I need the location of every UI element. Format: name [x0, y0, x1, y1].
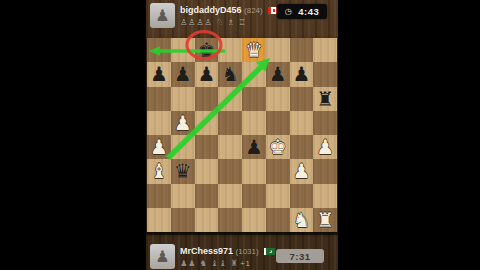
piece-white-pawn: ♟: [174, 113, 192, 133]
piece-black-king: ♚: [197, 40, 215, 60]
square-h6[interactable]: ♜: [313, 87, 337, 111]
square-a5[interactable]: [147, 111, 171, 135]
square-b6[interactable]: [171, 87, 195, 111]
piece-black-pawn: ♟: [197, 64, 215, 84]
square-d1[interactable]: [218, 208, 242, 232]
square-f2[interactable]: [266, 184, 290, 208]
bottom-player-username: MrChess971: [180, 246, 233, 256]
square-c5[interactable]: [195, 111, 219, 135]
piece-white-pawn: ♟: [316, 137, 334, 157]
square-a2[interactable]: [147, 184, 171, 208]
square-g3[interactable]: ♟: [290, 159, 314, 183]
piece-black-rook: ♜: [316, 89, 334, 109]
pakistan-flag-icon: [264, 248, 275, 255]
square-d3[interactable]: [218, 159, 242, 183]
square-a8[interactable]: [147, 38, 171, 62]
square-b3[interactable]: ♛: [171, 159, 195, 183]
square-d7[interactable]: ♞: [218, 62, 242, 86]
bottom-player-clock: 7:31: [276, 249, 324, 263]
square-c3[interactable]: [195, 159, 219, 183]
square-b5[interactable]: ♟: [171, 111, 195, 135]
piece-black-pawn: ♟: [245, 137, 263, 157]
top-player-username: bigdaddyD456: [180, 5, 242, 15]
piece-white-queen: ♛: [245, 40, 263, 60]
clock-icon: ◷: [285, 7, 292, 16]
piece-black-knight: ♞: [221, 64, 239, 84]
square-c6[interactable]: [195, 87, 219, 111]
square-d2[interactable]: [218, 184, 242, 208]
top-clock-time: 4:43: [298, 6, 319, 17]
square-c4[interactable]: [195, 135, 219, 159]
square-a7[interactable]: ♟: [147, 62, 171, 86]
avatar-pawn-icon: ♟: [155, 6, 169, 25]
square-f6[interactable]: [266, 87, 290, 111]
piece-white-bishop: ♝: [150, 161, 168, 181]
square-c7[interactable]: ♟: [195, 62, 219, 86]
square-d5[interactable]: [218, 111, 242, 135]
square-g1[interactable]: ♞: [290, 208, 314, 232]
square-h4[interactable]: ♟: [313, 135, 337, 159]
square-d8[interactable]: [218, 38, 242, 62]
square-h8[interactable]: [313, 38, 337, 62]
piece-black-pawn: ♟: [174, 64, 192, 84]
square-b2[interactable]: [171, 184, 195, 208]
square-b8[interactable]: [171, 38, 195, 62]
avatar-pawn-icon: ♟: [155, 247, 169, 266]
square-g6[interactable]: [290, 87, 314, 111]
piece-black-queen: ♛: [174, 161, 192, 181]
square-a6[interactable]: [147, 87, 171, 111]
square-b1[interactable]: [171, 208, 195, 232]
top-captured-pieces: ♙♙♙♙ ♘ ♗ ♖: [180, 17, 246, 27]
square-f5[interactable]: [266, 111, 290, 135]
square-h1[interactable]: ♜: [313, 208, 337, 232]
top-player-rating: (824): [244, 6, 263, 15]
square-h5[interactable]: [313, 111, 337, 135]
square-c8[interactable]: ♚: [195, 38, 219, 62]
square-g4[interactable]: [290, 135, 314, 159]
square-e7[interactable]: [242, 62, 266, 86]
piece-white-king: ♚: [269, 137, 287, 157]
square-g5[interactable]: [290, 111, 314, 135]
square-e1[interactable]: [242, 208, 266, 232]
piece-black-pawn: ♟: [150, 64, 168, 84]
square-f4[interactable]: ♚: [266, 135, 290, 159]
piece-white-rook: ♜: [316, 210, 334, 230]
square-h2[interactable]: [313, 184, 337, 208]
square-f7[interactable]: ♟: [266, 62, 290, 86]
piece-white-knight: ♞: [292, 210, 310, 230]
square-d6[interactable]: [218, 87, 242, 111]
square-c2[interactable]: [195, 184, 219, 208]
square-e8[interactable]: ♛: [242, 38, 266, 62]
top-player-name[interactable]: bigdaddyD456 (824): [180, 5, 279, 15]
square-g7[interactable]: ♟: [290, 62, 314, 86]
bottom-player-avatar[interactable]: ♟: [150, 244, 175, 269]
square-e2[interactable]: [242, 184, 266, 208]
board-shadow: [146, 232, 338, 235]
bottom-player-rating: (1031): [236, 247, 259, 256]
top-player-clock: ◷ 4:43: [277, 4, 327, 19]
square-a3[interactable]: ♝: [147, 159, 171, 183]
square-b7[interactable]: ♟: [171, 62, 195, 86]
piece-black-pawn: ♟: [292, 64, 310, 84]
chess-board: ♚♛♟♟♟♞♟♟♜♟♟♟♚♟♝♛♟♞♜: [147, 38, 337, 232]
square-b4[interactable]: [171, 135, 195, 159]
square-c1[interactable]: [195, 208, 219, 232]
material-advantage: +1: [240, 259, 250, 268]
square-f1[interactable]: [266, 208, 290, 232]
piece-black-pawn: ♟: [269, 64, 287, 84]
piece-white-pawn: ♟: [292, 161, 310, 181]
square-g2[interactable]: [290, 184, 314, 208]
screenshot: ♟ bigdaddyD456 (824) ♙♙♙♙ ♘ ♗ ♖ ◷ 4:43 ♚…: [0, 0, 480, 270]
bottom-clock-time: 7:31: [289, 251, 310, 262]
square-h7[interactable]: [313, 62, 337, 86]
chess-app: ♟ bigdaddyD456 (824) ♙♙♙♙ ♘ ♗ ♖ ◷ 4:43 ♚…: [146, 0, 338, 270]
square-e5[interactable]: [242, 111, 266, 135]
bottom-player-name[interactable]: MrChess971 (1031): [180, 246, 275, 256]
square-e3[interactable]: [242, 159, 266, 183]
bottom-captured-pieces: ♟♟ ♞ ♝♝ ♜+1: [180, 258, 250, 268]
square-g8[interactable]: [290, 38, 314, 62]
square-h3[interactable]: [313, 159, 337, 183]
square-e6[interactable]: [242, 87, 266, 111]
square-a4[interactable]: ♟: [147, 135, 171, 159]
square-d4[interactable]: [218, 135, 242, 159]
square-e4[interactable]: ♟: [242, 135, 266, 159]
piece-white-pawn: ♟: [150, 137, 168, 157]
square-f3[interactable]: [266, 159, 290, 183]
square-f8[interactable]: [266, 38, 290, 62]
square-a1[interactable]: [147, 208, 171, 232]
top-player-avatar[interactable]: ♟: [150, 3, 175, 28]
